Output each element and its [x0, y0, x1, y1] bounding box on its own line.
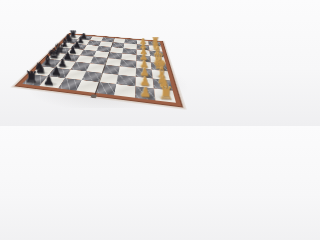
square-g4[interactable] — [99, 73, 119, 84]
board-clasp — [91, 94, 97, 98]
square-e2[interactable]: ♟ — [136, 61, 152, 70]
square-f4[interactable] — [102, 65, 120, 75]
square-f3[interactable] — [118, 66, 135, 76]
square-e1[interactable]: ♚ — [151, 62, 168, 71]
square-g3[interactable] — [117, 75, 136, 87]
square-h3[interactable] — [114, 84, 134, 98]
board: ♜♟♟♜♞♟♟♞♝♟♟♝♛♟♟♛♚♟♟♚♝♟♟♝♞♟♟♞♜♟♟♜ — [16, 34, 181, 107]
square-h2[interactable]: ♟ — [134, 86, 154, 100]
square-d8[interactable]: ♛ — [53, 47, 71, 54]
square-h1[interactable]: ♜ — [154, 88, 176, 103]
photo-stage: ♜♟♟♜♞♟♟♞♝♟♟♝♛♟♟♛♚♟♟♚♝♟♟♝♞♟♟♞♜♟♟♜ — [0, 0, 210, 126]
perspective-tilt: ♜♟♟♜♞♟♟♞♝♟♟♝♛♟♟♛♚♟♟♚♝♟♟♝♞♟♟♞♜♟♟♜ — [0, 0, 210, 126]
